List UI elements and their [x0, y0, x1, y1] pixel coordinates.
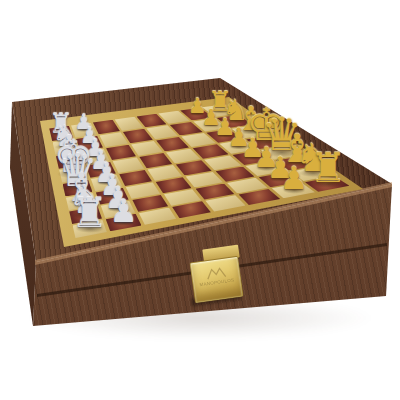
pieces-layer: ♜♟♟♜♞♟♟♞♝♟♟♝♚♟♟♚♛♟♟♛♝♟♟♝♞♟♟♞♜♟♟♜: [0, 0, 400, 400]
silver-pawn: ♟: [110, 195, 138, 226]
silver-rook: ♜: [71, 193, 108, 234]
gold-pawn: ♟: [280, 163, 308, 194]
chess-set-photo: MANOPOULOS ♜♟♟♜♞♟♟♞♝♟♟♝♚♟♟♚♛♟♟♛♝♟♟♝♞♟♟♞♜…: [0, 0, 400, 400]
gold-rook: ♜: [310, 148, 347, 189]
